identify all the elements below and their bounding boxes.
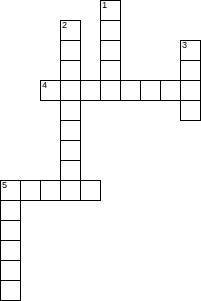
cell-r14c0[interactable] <box>0 280 21 301</box>
clue-number-2: 2 <box>62 21 67 30</box>
cell-r13c0[interactable] <box>0 260 21 281</box>
cell-r2c3[interactable] <box>60 40 81 61</box>
cell-r12c0[interactable] <box>0 240 21 261</box>
cell-r4c2[interactable]: 4 <box>40 80 61 101</box>
cell-r5c9[interactable] <box>180 100 201 121</box>
cell-r9c2[interactable] <box>40 180 61 201</box>
cell-r4c5[interactable] <box>100 80 121 101</box>
cell-r4c7[interactable] <box>140 80 161 101</box>
cell-r5c3[interactable] <box>60 100 81 121</box>
clue-number-4: 4 <box>42 81 47 90</box>
cell-r3c9[interactable] <box>180 60 201 81</box>
cell-r7c3[interactable] <box>60 140 81 161</box>
clue-number-1: 1 <box>102 1 107 10</box>
cell-r4c6[interactable] <box>120 80 141 101</box>
cell-r4c9[interactable] <box>180 80 201 101</box>
cell-r3c3[interactable] <box>60 60 81 81</box>
cell-r1c3[interactable]: 2 <box>60 20 81 41</box>
cell-r8c3[interactable] <box>60 160 81 181</box>
cell-r0c5[interactable]: 1 <box>100 0 121 21</box>
cell-r2c9[interactable]: 3 <box>180 40 201 61</box>
cell-r1c5[interactable] <box>100 20 121 41</box>
clue-number-3: 3 <box>182 41 187 50</box>
cell-r6c3[interactable] <box>60 120 81 141</box>
cell-r4c3[interactable] <box>60 80 81 101</box>
cell-r11c0[interactable] <box>0 220 21 241</box>
cell-r9c3[interactable] <box>60 180 81 201</box>
cell-r4c8[interactable] <box>160 80 181 101</box>
cell-r9c0[interactable]: 5 <box>0 180 21 201</box>
cell-r10c0[interactable] <box>0 200 21 221</box>
cell-r4c4[interactable] <box>80 80 101 101</box>
cell-r3c5[interactable] <box>100 60 121 81</box>
crossword-page: 12345 <box>0 0 201 301</box>
clue-number-5: 5 <box>2 181 7 190</box>
cell-r9c4[interactable] <box>80 180 101 201</box>
crossword-board: 12345 <box>0 0 201 301</box>
cell-r9c1[interactable] <box>20 180 41 201</box>
cell-r2c5[interactable] <box>100 40 121 61</box>
